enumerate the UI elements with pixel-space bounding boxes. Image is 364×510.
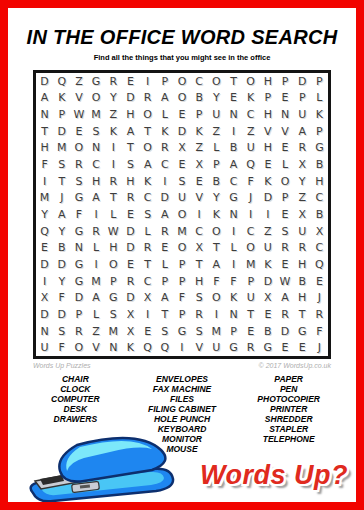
grid-cell-r3c11[interactable]: U — [208, 106, 225, 123]
grid-cell-r13c5[interactable]: P — [105, 273, 122, 290]
grid-cell-r9c5[interactable]: L — [105, 206, 122, 223]
grid-cell-r12c2[interactable]: D — [53, 256, 70, 273]
grid-cell-r15c6[interactable]: X — [122, 306, 139, 323]
grid-cell-r8c3[interactable]: G — [70, 190, 87, 207]
grid-cell-r14c14[interactable]: X — [259, 289, 276, 306]
grid-cell-r6c13[interactable]: Q — [242, 156, 259, 173]
word-list-item: COMPUTER — [51, 394, 100, 404]
grid-cell-r6c6[interactable]: S — [122, 156, 139, 173]
grid-cell-r17c11[interactable]: U — [208, 339, 225, 356]
grid-cell-r13c10[interactable]: H — [191, 273, 208, 290]
grid-cell-r10c14[interactable]: Z — [259, 223, 276, 240]
grid-cell-r4c10[interactable]: K — [191, 123, 208, 140]
credit-left: Words Up Puzzles — [33, 361, 91, 370]
grid-cell-r17c13[interactable]: R — [242, 339, 259, 356]
grid-cell-r1c9[interactable]: O — [173, 73, 190, 90]
puzzle-instructions: Find all the things that you might see i… — [8, 53, 356, 62]
grid-cell-r16c17[interactable]: F — [311, 323, 328, 340]
grid-cell-r3c9[interactable]: E — [173, 106, 190, 123]
grid-cell-r7c16[interactable]: Y — [294, 173, 311, 190]
grid-cell-r8c14[interactable]: D — [259, 190, 276, 207]
grid-cell-r6c12[interactable]: A — [225, 156, 242, 173]
grid-cell-r16c13[interactable]: E — [242, 323, 259, 340]
grid-cell-r7c12[interactable]: C — [225, 173, 242, 190]
grid-cell-r9c10[interactable]: I — [191, 206, 208, 223]
grid-cell-r3c16[interactable]: U — [294, 106, 311, 123]
grid-cell-r12c7[interactable]: T — [139, 256, 156, 273]
grid-cell-r8c2[interactable]: J — [53, 190, 70, 207]
grid-cell-r5c6[interactable]: T — [122, 140, 139, 157]
grid-cell-r3c4[interactable]: M — [88, 106, 105, 123]
grid-cell-r3c1[interactable]: N — [36, 106, 53, 123]
grid-cell-r8c1[interactable]: M — [36, 190, 53, 207]
grid-cell-r14c4[interactable]: A — [88, 289, 105, 306]
grid-cell-r7c15[interactable]: O — [276, 173, 293, 190]
grid-cell-r2c8[interactable]: A — [156, 90, 173, 107]
grid-cell-r4c13[interactable]: Z — [242, 123, 259, 140]
grid-cell-r12c4[interactable]: I — [88, 256, 105, 273]
grid-cell-r17c17[interactable]: J — [311, 339, 328, 356]
grid-cell-r8c6[interactable]: R — [122, 190, 139, 207]
grid-cell-r15c10[interactable]: R — [191, 306, 208, 323]
grid-cell-r4c7[interactable]: T — [139, 123, 156, 140]
grid-cell-r5c12[interactable]: B — [225, 140, 242, 157]
grid-cell-r14c12[interactable]: K — [225, 289, 242, 306]
grid-cell-r11c9[interactable]: O — [173, 239, 190, 256]
grid-cell-r10c15[interactable]: S — [276, 223, 293, 240]
word-list-item: CLOCK — [60, 384, 90, 394]
grid-cell-r8c12[interactable]: G — [225, 190, 242, 207]
grid-cell-r11c1[interactable]: E — [36, 239, 53, 256]
grid-cell-r13c9[interactable]: P — [173, 273, 190, 290]
grid-cell-r1c5[interactable]: R — [105, 73, 122, 90]
grid-cell-r9c3[interactable]: F — [70, 206, 87, 223]
grid-cell-r13c13[interactable]: P — [242, 273, 259, 290]
grid-cell-r11c14[interactable]: U — [259, 239, 276, 256]
grid-cell-r16c2[interactable]: S — [53, 323, 70, 340]
grid-cell-r4c9[interactable]: D — [173, 123, 190, 140]
grid-cell-r1c16[interactable]: D — [294, 73, 311, 90]
grid-cell-r13c4[interactable]: M — [88, 273, 105, 290]
grid-cell-r7c3[interactable]: S — [70, 173, 87, 190]
grid-cell-r9c15[interactable]: E — [276, 206, 293, 223]
grid-cell-r17c12[interactable]: G — [225, 339, 242, 356]
grid-cell-r10c5[interactable]: W — [105, 223, 122, 240]
grid-cell-r12c17[interactable]: Q — [311, 256, 328, 273]
grid-cell-r10c9[interactable]: M — [173, 223, 190, 240]
grid-cell-r12c5[interactable]: O — [105, 256, 122, 273]
grid-cell-r7c14[interactable]: K — [259, 173, 276, 190]
grid-cell-r16c3[interactable]: R — [70, 323, 87, 340]
grid-cell-r10c1[interactable]: Q — [36, 223, 53, 240]
grid-cell-r3c3[interactable]: W — [70, 106, 87, 123]
grid-cell-r9c6[interactable]: E — [122, 206, 139, 223]
grid-cell-r3c5[interactable]: Z — [105, 106, 122, 123]
grid-cell-r14c17[interactable]: J — [311, 289, 328, 306]
grid-cell-r15c1[interactable]: D — [36, 306, 53, 323]
grid-cell-r11c8[interactable]: E — [156, 239, 173, 256]
grid-cell-r5c3[interactable]: O — [70, 140, 87, 157]
grid-cell-r16c16[interactable]: G — [294, 323, 311, 340]
grid-cell-r4c5[interactable]: K — [105, 123, 122, 140]
grid-cell-r10c10[interactable]: C — [191, 223, 208, 240]
grid-cell-r11c10[interactable]: X — [191, 239, 208, 256]
grid-cell-r1c2[interactable]: Q — [53, 73, 70, 90]
grid-cell-r1c6[interactable]: E — [122, 73, 139, 90]
grid-cell-r17c3[interactable]: O — [70, 339, 87, 356]
grid-cell-r9c11[interactable]: K — [208, 206, 225, 223]
grid-cell-r11c11[interactable]: T — [208, 239, 225, 256]
grid-cell-r8c8[interactable]: D — [156, 190, 173, 207]
grid-cell-r6c2[interactable]: S — [53, 156, 70, 173]
grid-cell-r11c5[interactable]: H — [105, 239, 122, 256]
grid-cell-r11c12[interactable]: L — [225, 239, 242, 256]
grid-cell-r16c4[interactable]: Z — [88, 323, 105, 340]
grid-cell-r1c3[interactable]: Z — [70, 73, 87, 90]
grid-cell-r12c8[interactable]: L — [156, 256, 173, 273]
grid-cell-r15c12[interactable]: N — [225, 306, 242, 323]
word-list-item: FAX MACHINE — [153, 384, 212, 394]
grid-cell-r11c17[interactable]: C — [311, 239, 328, 256]
grid-cell-r3c17[interactable]: K — [311, 106, 328, 123]
grid-cell-r4c8[interactable]: K — [156, 123, 173, 140]
grid-cell-r2c1[interactable]: A — [36, 90, 53, 107]
grid-cell-r2c14[interactable]: P — [259, 90, 276, 107]
grid-cell-r9c4[interactable]: I — [88, 206, 105, 223]
grid-cell-r2c13[interactable]: K — [242, 90, 259, 107]
grid-cell-r8c9[interactable]: U — [173, 190, 190, 207]
grid-cell-r15c14[interactable]: E — [259, 306, 276, 323]
grid-cell-r1c4[interactable]: G — [88, 73, 105, 90]
grid-cell-r2c7[interactable]: R — [139, 90, 156, 107]
grid-cell-r5c10[interactable]: Z — [191, 140, 208, 157]
grid-cell-r8c4[interactable]: A — [88, 190, 105, 207]
grid-cell-r13c12[interactable]: F — [225, 273, 242, 290]
grid-cell-r7c9[interactable]: S — [173, 173, 190, 190]
grid-cell-r10c8[interactable]: R — [156, 223, 173, 240]
grid-cell-r1c12[interactable]: T — [225, 73, 242, 90]
grid-cell-r2c12[interactable]: E — [225, 90, 242, 107]
grid-cell-r17c16[interactable]: E — [294, 339, 311, 356]
grid-cell-r3c10[interactable]: P — [191, 106, 208, 123]
grid-cell-r7c10[interactable]: E — [191, 173, 208, 190]
grid-cell-r9c12[interactable]: N — [225, 206, 242, 223]
grid-cell-r6c5[interactable]: I — [105, 156, 122, 173]
grid-cell-r6c17[interactable]: B — [311, 156, 328, 173]
grid-cell-r9c17[interactable]: B — [311, 206, 328, 223]
grid-cell-r13c1[interactable]: I — [36, 273, 53, 290]
grid-cell-r17c10[interactable]: V — [191, 339, 208, 356]
grid-cell-r1c13[interactable]: O — [242, 73, 259, 90]
grid-cell-r8c7[interactable]: C — [139, 190, 156, 207]
grid-cell-r13c16[interactable]: B — [294, 273, 311, 290]
grid-cell-r16c11[interactable]: M — [208, 323, 225, 340]
grid-cell-r11c15[interactable]: R — [276, 239, 293, 256]
grid-cell-r1c14[interactable]: H — [259, 73, 276, 90]
grid-cell-r2c11[interactable]: Y — [208, 90, 225, 107]
grid-cell-r8c16[interactable]: Z — [294, 190, 311, 207]
grid-cell-r13c14[interactable]: D — [259, 273, 276, 290]
grid-cell-r1c11[interactable]: O — [208, 73, 225, 90]
grid-cell-r10c13[interactable]: C — [242, 223, 259, 240]
grid-cell-r14c16[interactable]: H — [294, 289, 311, 306]
grid-cell-r1c10[interactable]: C — [191, 73, 208, 90]
grid-cell-r13c8[interactable]: P — [156, 273, 173, 290]
grid-cell-r10c16[interactable]: U — [294, 223, 311, 240]
grid-cell-r5c5[interactable]: I — [105, 140, 122, 157]
grid-cell-r12c1[interactable]: D — [36, 256, 53, 273]
grid-cell-r4c2[interactable]: D — [53, 123, 70, 140]
grid-cell-r4c17[interactable]: P — [311, 123, 328, 140]
grid-cell-r7c11[interactable]: B — [208, 173, 225, 190]
grid-cell-r7c6[interactable]: H — [122, 173, 139, 190]
grid-cell-r16c6[interactable]: X — [122, 323, 139, 340]
grid-cell-r17c2[interactable]: F — [53, 339, 70, 356]
grid-cell-r1c17[interactable]: P — [311, 73, 328, 90]
grid-cell-r13c6[interactable]: R — [122, 273, 139, 290]
grid-cell-r10c11[interactable]: O — [208, 223, 225, 240]
grid-cell-r10c4[interactable]: R — [88, 223, 105, 240]
grid-cell-r8c13[interactable]: J — [242, 190, 259, 207]
grid-cell-r14c8[interactable]: A — [156, 289, 173, 306]
grid-cell-r4c11[interactable]: Z — [208, 123, 225, 140]
grid-cell-r6c7[interactable]: A — [139, 156, 156, 173]
grid-cell-r7c17[interactable]: H — [311, 173, 328, 190]
grid-cell-r8c15[interactable]: P — [276, 190, 293, 207]
grid-cell-r16c10[interactable]: S — [191, 323, 208, 340]
grid-cell-r11c2[interactable]: B — [53, 239, 70, 256]
grid-cell-r9c8[interactable]: A — [156, 206, 173, 223]
grid-cell-r3c14[interactable]: H — [259, 106, 276, 123]
grid-cell-r11c16[interactable]: R — [294, 239, 311, 256]
grid-cell-r15c8[interactable]: T — [156, 306, 173, 323]
grid-cell-r2c16[interactable]: P — [294, 90, 311, 107]
grid-cell-r6c4[interactable]: C — [88, 156, 105, 173]
grid-cell-r15c2[interactable]: D — [53, 306, 70, 323]
grid-cell-r17c9[interactable]: I — [173, 339, 190, 356]
grid-cell-r6c15[interactable]: L — [276, 156, 293, 173]
grid-cell-r7c4[interactable]: H — [88, 173, 105, 190]
grid-cell-r2c17[interactable]: L — [311, 90, 328, 107]
grid-cell-r14c5[interactable]: G — [105, 289, 122, 306]
grid-cell-r7c7[interactable]: K — [139, 173, 156, 190]
grid-cell-r9c2[interactable]: A — [53, 206, 70, 223]
grid-cell-r3c8[interactable]: L — [156, 106, 173, 123]
grid-cell-r6c1[interactable]: F — [36, 156, 53, 173]
grid-cell-r3c7[interactable]: O — [139, 106, 156, 123]
grid-cell-r13c2[interactable]: Y — [53, 273, 70, 290]
grid-cell-r3c15[interactable]: N — [276, 106, 293, 123]
grid-cell-r9c7[interactable]: S — [139, 206, 156, 223]
grid-cell-r4c12[interactable]: I — [225, 123, 242, 140]
grid-cell-r11c3[interactable]: N — [70, 239, 87, 256]
grid-cell-r12c13[interactable]: M — [242, 256, 259, 273]
grid-cell-r14c1[interactable]: X — [36, 289, 53, 306]
grid-cell-r14c7[interactable]: X — [139, 289, 156, 306]
grid-cell-r2c4[interactable]: O — [88, 90, 105, 107]
grid-cell-r13c11[interactable]: F — [208, 273, 225, 290]
grid-cell-r17c6[interactable]: K — [122, 339, 139, 356]
grid-cell-r12c16[interactable]: H — [294, 256, 311, 273]
grid-cell-r4c4[interactable]: S — [88, 123, 105, 140]
grid-cell-r5c7[interactable]: O — [139, 140, 156, 157]
grid-cell-r5c16[interactable]: R — [294, 140, 311, 157]
grid-cell-r9c13[interactable]: I — [242, 206, 259, 223]
grid-cell-r11c7[interactable]: R — [139, 239, 156, 256]
grid-cell-r12c3[interactable]: G — [70, 256, 87, 273]
grid-cell-r15c7[interactable]: I — [139, 306, 156, 323]
grid-cell-r15c15[interactable]: R — [276, 306, 293, 323]
grid-cell-r2c3[interactable]: V — [70, 90, 87, 107]
grid-cell-r10c7[interactable]: L — [139, 223, 156, 240]
grid-cell-r12c15[interactable]: E — [276, 256, 293, 273]
grid-cell-r4c1[interactable]: T — [36, 123, 53, 140]
grid-cell-r14c2[interactable]: F — [53, 289, 70, 306]
grid-cell-r15c11[interactable]: I — [208, 306, 225, 323]
grid-cell-r12c14[interactable]: K — [259, 256, 276, 273]
word-list-item: FILING CABINET — [148, 404, 216, 414]
grid-cell-r13c17[interactable]: E — [311, 273, 328, 290]
grid-cell-r16c7[interactable]: E — [139, 323, 156, 340]
grid-cell-r8c17[interactable]: C — [311, 190, 328, 207]
grid-cell-r6c10[interactable]: X — [191, 156, 208, 173]
words-up-logo: Words Up? — [200, 460, 348, 491]
grid-cell-r5c13[interactable]: U — [242, 140, 259, 157]
grid-cell-r17c1[interactable]: U — [36, 339, 53, 356]
grid-cell-r11c4[interactable]: L — [88, 239, 105, 256]
grid-cell-r14c3[interactable]: D — [70, 289, 87, 306]
grid-cell-r3c2[interactable]: P — [53, 106, 70, 123]
grid-cell-r10c12[interactable]: I — [225, 223, 242, 240]
grid-cell-r2c2[interactable]: K — [53, 90, 70, 107]
grid-cell-r4c15[interactable]: V — [276, 123, 293, 140]
grid-cell-r3c12[interactable]: N — [225, 106, 242, 123]
grid-cell-r2c6[interactable]: D — [122, 90, 139, 107]
grid-cell-r14c9[interactable]: F — [173, 289, 190, 306]
grid-cell-r7c5[interactable]: R — [105, 173, 122, 190]
grid-cell-r3c13[interactable]: C — [242, 106, 259, 123]
grid-cell-r13c15[interactable]: W — [276, 273, 293, 290]
grid-cell-r13c7[interactable]: C — [139, 273, 156, 290]
grid-cell-r9c16[interactable]: X — [294, 206, 311, 223]
grid-cell-r11c13[interactable]: O — [242, 239, 259, 256]
grid-cell-r4c6[interactable]: A — [122, 123, 139, 140]
grid-cell-r6c9[interactable]: E — [173, 156, 190, 173]
grid-cell-r5c1[interactable]: H — [36, 140, 53, 157]
grid-cell-r6c16[interactable]: X — [294, 156, 311, 173]
grid-cell-r2c15[interactable]: E — [276, 90, 293, 107]
grid-cell-r14c15[interactable]: A — [276, 289, 293, 306]
grid-cell-r12c6[interactable]: E — [122, 256, 139, 273]
grid-cell-r15c3[interactable]: P — [70, 306, 87, 323]
grid-cell-r15c5[interactable]: S — [105, 306, 122, 323]
grid-cell-r16c14[interactable]: B — [259, 323, 276, 340]
grid-cell-r17c14[interactable]: G — [259, 339, 276, 356]
grid-cell-r14c13[interactable]: U — [242, 289, 259, 306]
grid-cell-r16c1[interactable]: N — [36, 323, 53, 340]
grid-cell-r2c10[interactable]: B — [191, 90, 208, 107]
grid-cell-r5c15[interactable]: E — [276, 140, 293, 157]
grid-cell-r12c9[interactable]: P — [173, 256, 190, 273]
grid-cell-r1c15[interactable]: P — [276, 73, 293, 90]
grid-cell-r16c12[interactable]: P — [225, 323, 242, 340]
grid-cell-r15c17[interactable]: R — [311, 306, 328, 323]
grid-cell-r1c7[interactable]: I — [139, 73, 156, 90]
grid-cell-r2c5[interactable]: Y — [105, 90, 122, 107]
grid-cell-r17c7[interactable]: Q — [139, 339, 156, 356]
grid-cell-r10c17[interactable]: X — [311, 223, 328, 240]
grid-cell-r5c11[interactable]: L — [208, 140, 225, 157]
grid-cell-r6c8[interactable]: C — [156, 156, 173, 173]
grid-cell-r17c8[interactable]: Q — [156, 339, 173, 356]
grid-cell-r12c12[interactable]: I — [225, 256, 242, 273]
grid-cell-r5c8[interactable]: R — [156, 140, 173, 157]
grid-cell-r1c1[interactable]: D — [36, 73, 53, 90]
grid-cell-r8c11[interactable]: Y — [208, 190, 225, 207]
grid-cell-r16c8[interactable]: S — [156, 323, 173, 340]
grid-cell-r5c14[interactable]: H — [259, 140, 276, 157]
grid-cell-r16c5[interactable]: M — [105, 323, 122, 340]
word-search-grid[interactable]: DQZGREIPOCOTOHPDPAKVOYDRAOBYEKPEPLNPWMZH… — [33, 70, 331, 359]
grid-cell-r7c13[interactable]: F — [242, 173, 259, 190]
grid-cell-r4c3[interactable]: E — [70, 123, 87, 140]
grid-cell-r7c1[interactable]: I — [36, 173, 53, 190]
grid-cell-r8c5[interactable]: T — [105, 190, 122, 207]
grid-cell-r17c15[interactable]: E — [276, 339, 293, 356]
grid-cell-r5c4[interactable]: N — [88, 140, 105, 157]
grid-cell-r15c9[interactable]: P — [173, 306, 190, 323]
grid-cell-r9c1[interactable]: Y — [36, 206, 53, 223]
grid-cell-r17c4[interactable]: V — [88, 339, 105, 356]
grid-cell-r15c4[interactable]: L — [88, 306, 105, 323]
grid-cell-r1c8[interactable]: P — [156, 73, 173, 90]
grid-cell-r5c2[interactable]: M — [53, 140, 70, 157]
grid-cell-r13c3[interactable]: G — [70, 273, 87, 290]
word-list-item: ENVELOPES — [156, 374, 208, 384]
grid-cell-r3c6[interactable]: H — [122, 106, 139, 123]
grid-cell-r14c10[interactable]: S — [191, 289, 208, 306]
grid-cell-r6c14[interactable]: E — [259, 156, 276, 173]
page-title: IN THE OFFICE WORD SEARCH — [8, 25, 356, 49]
grid-cell-r8c10[interactable]: V — [191, 190, 208, 207]
grid-cell-r7c2[interactable]: T — [53, 173, 70, 190]
grid-cell-r6c3[interactable]: R — [70, 156, 87, 173]
grid-cell-r11c6[interactable]: D — [122, 239, 139, 256]
grid-cell-r6c11[interactable]: P — [208, 156, 225, 173]
grid-cell-r17c5[interactable]: N — [105, 339, 122, 356]
grid-cell-r5c17[interactable]: G — [311, 140, 328, 157]
grid-cell-r10c3[interactable]: G — [70, 223, 87, 240]
grid-cell-r14c11[interactable]: O — [208, 289, 225, 306]
grid-cell-r4c14[interactable]: V — [259, 123, 276, 140]
grid-cell-r7c8[interactable]: I — [156, 173, 173, 190]
grid-cell-r5c9[interactable]: X — [173, 140, 190, 157]
grid-cell-r16c9[interactable]: G — [173, 323, 190, 340]
grid-cell-r16c15[interactable]: D — [276, 323, 293, 340]
grid-cell-r10c6[interactable]: D — [122, 223, 139, 240]
word-list-item: CHAIR — [62, 374, 89, 384]
grid-cell-r9c9[interactable]: O — [173, 206, 190, 223]
grid-cell-r4c16[interactable]: A — [294, 123, 311, 140]
grid-cell-r10c2[interactable]: Y — [53, 223, 70, 240]
grid-cell-r9c14[interactable]: I — [259, 206, 276, 223]
grid-cell-r2c9[interactable]: O — [173, 90, 190, 107]
grid-cell-r12c10[interactable]: T — [191, 256, 208, 273]
grid-cell-r14c6[interactable]: D — [122, 289, 139, 306]
grid-cell-r12c11[interactable]: A — [208, 256, 225, 273]
grid-cell-r15c13[interactable]: T — [242, 306, 259, 323]
grid-cell-r15c16[interactable]: T — [294, 306, 311, 323]
